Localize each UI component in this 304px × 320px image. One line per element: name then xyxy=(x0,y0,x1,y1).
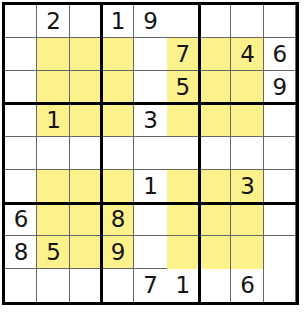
cell-r8c8[interactable] xyxy=(231,236,263,269)
cell-r4c6[interactable] xyxy=(167,104,199,137)
cell-r7c7[interactable] xyxy=(199,203,231,236)
cell-r3c2[interactable] xyxy=(37,71,69,104)
cell-r2c2[interactable] xyxy=(37,38,69,71)
cell-r8c4[interactable]: 9 xyxy=(102,236,134,269)
cell-r4c4[interactable] xyxy=(102,104,134,137)
given-digit: 5 xyxy=(176,76,191,99)
cell-r1c4[interactable]: 1 xyxy=(102,5,134,38)
cell-r2c4[interactable] xyxy=(102,38,134,71)
cell-r4c3[interactable] xyxy=(70,104,102,137)
cell-r7c6[interactable] xyxy=(167,203,199,236)
cell-r5c9[interactable] xyxy=(264,137,296,170)
given-digit: 6 xyxy=(14,208,29,231)
cell-r9c3[interactable] xyxy=(70,269,102,302)
cell-r7c2[interactable] xyxy=(37,203,69,236)
cell-r2c6[interactable]: 7 xyxy=(167,38,199,71)
cell-r1c3[interactable] xyxy=(70,5,102,38)
cell-r6c3[interactable] xyxy=(70,170,102,203)
cell-r9c6[interactable]: 1 xyxy=(167,269,199,302)
cell-r3c6[interactable]: 5 xyxy=(167,71,199,104)
cell-r9c5[interactable]: 7 xyxy=(134,269,166,302)
cell-r6c4[interactable] xyxy=(102,170,134,203)
given-digit: 8 xyxy=(14,241,29,264)
cell-r1c2[interactable]: 2 xyxy=(37,5,69,38)
cell-r2c5[interactable] xyxy=(134,38,166,71)
cell-r5c6[interactable] xyxy=(167,137,199,170)
cell-r8c1[interactable]: 8 xyxy=(5,236,37,269)
given-digit: 5 xyxy=(46,241,61,264)
cell-r2c1[interactable] xyxy=(5,38,37,71)
given-digit: 4 xyxy=(240,43,255,66)
cell-r7c5[interactable] xyxy=(134,203,166,236)
cell-r7c9[interactable] xyxy=(264,203,296,236)
given-digit: 2 xyxy=(46,10,61,33)
cell-r7c3[interactable] xyxy=(70,203,102,236)
cell-r3c1[interactable] xyxy=(5,71,37,104)
cell-r2c3[interactable] xyxy=(70,38,102,71)
cell-r9c2[interactable] xyxy=(37,269,69,302)
cell-r9c1[interactable] xyxy=(5,269,37,302)
cell-r1c5[interactable]: 9 xyxy=(134,5,166,38)
cell-r9c7[interactable] xyxy=(199,269,231,302)
cell-r1c9[interactable] xyxy=(264,5,296,38)
cell-r6c8[interactable]: 3 xyxy=(231,170,263,203)
cell-r2c8[interactable]: 4 xyxy=(231,38,263,71)
cell-r6c7[interactable] xyxy=(199,170,231,203)
cell-r5c8[interactable] xyxy=(231,137,263,170)
cell-r3c9[interactable]: 9 xyxy=(264,71,296,104)
cell-r4c9[interactable] xyxy=(264,104,296,137)
cell-r6c6[interactable] xyxy=(167,170,199,203)
given-digit: 7 xyxy=(176,43,191,66)
cell-r5c4[interactable] xyxy=(102,137,134,170)
cell-r6c9[interactable] xyxy=(264,170,296,203)
cell-r9c4[interactable] xyxy=(102,269,134,302)
cell-r7c1[interactable]: 6 xyxy=(5,203,37,236)
cell-r1c1[interactable] xyxy=(5,5,37,38)
cell-r1c7[interactable] xyxy=(199,5,231,38)
cell-r4c5[interactable]: 3 xyxy=(134,104,166,137)
given-digit: 1 xyxy=(143,175,158,198)
cell-r4c8[interactable] xyxy=(231,104,263,137)
cell-r7c8[interactable] xyxy=(231,203,263,236)
cell-r5c5[interactable] xyxy=(134,137,166,170)
cell-r5c7[interactable] xyxy=(199,137,231,170)
given-digit: 1 xyxy=(176,274,191,297)
cell-r4c7[interactable] xyxy=(199,104,231,137)
cell-r4c1[interactable] xyxy=(5,104,37,137)
cell-r2c7[interactable] xyxy=(199,38,231,71)
cell-r5c1[interactable] xyxy=(5,137,37,170)
cell-r3c8[interactable] xyxy=(231,71,263,104)
cell-r1c6[interactable] xyxy=(167,5,199,38)
cell-r6c2[interactable] xyxy=(37,170,69,203)
cell-r5c2[interactable] xyxy=(37,137,69,170)
sudoku-board: 21974659131368859716 xyxy=(2,2,299,305)
cell-r9c9[interactable] xyxy=(264,269,296,302)
cell-r9c8[interactable]: 6 xyxy=(231,269,263,302)
given-digit: 9 xyxy=(273,76,288,99)
cell-r5c3[interactable] xyxy=(70,137,102,170)
cell-r4c2[interactable]: 1 xyxy=(37,104,69,137)
given-digit: 3 xyxy=(143,109,158,132)
cell-r8c9[interactable] xyxy=(264,236,296,269)
cell-r3c3[interactable] xyxy=(70,71,102,104)
given-digit: 6 xyxy=(240,274,255,297)
cell-r2c9[interactable]: 6 xyxy=(264,38,296,71)
cell-r8c7[interactable] xyxy=(199,236,231,269)
cell-r3c5[interactable] xyxy=(134,71,166,104)
cell-r3c4[interactable] xyxy=(102,71,134,104)
cell-r1c8[interactable] xyxy=(231,5,263,38)
cell-r8c3[interactable] xyxy=(70,236,102,269)
given-digit: 9 xyxy=(111,241,126,264)
cell-r6c5[interactable]: 1 xyxy=(134,170,166,203)
given-digit: 1 xyxy=(111,10,126,33)
cell-r8c2[interactable]: 5 xyxy=(37,236,69,269)
given-digit: 6 xyxy=(273,43,288,66)
given-digit: 9 xyxy=(143,10,158,33)
given-digit: 3 xyxy=(240,175,255,198)
cell-r7c4[interactable]: 8 xyxy=(102,203,134,236)
given-digit: 7 xyxy=(143,274,158,297)
cell-r8c6[interactable] xyxy=(167,236,199,269)
cell-r3c7[interactable] xyxy=(199,71,231,104)
given-digit: 1 xyxy=(46,109,61,132)
cell-r6c1[interactable] xyxy=(5,170,37,203)
given-digit: 8 xyxy=(111,208,126,231)
cell-r8c5[interactable] xyxy=(134,236,166,269)
